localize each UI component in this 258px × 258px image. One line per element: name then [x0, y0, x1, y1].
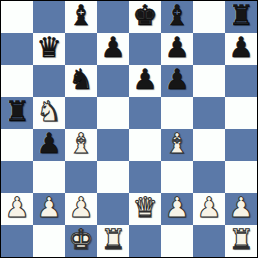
square-g8[interactable]: [193, 1, 225, 33]
piece-white-knight: ♞: [36, 97, 61, 128]
chess-board: ♝♚♝♜♛♟♟♟♞♟♟♜♞♟♝♝♟♟♟♛♟♟♟♚♜♜: [1, 1, 257, 257]
square-e7[interactable]: [129, 33, 161, 65]
square-g1[interactable]: [193, 225, 225, 257]
piece-black-bishop: ♝: [68, 1, 93, 32]
square-f7[interactable]: ♟: [161, 33, 193, 65]
square-f2[interactable]: ♟: [161, 193, 193, 225]
piece-black-pawn: ♟: [164, 65, 189, 96]
piece-black-queen: ♛: [36, 33, 61, 64]
piece-white-pawn: ♟: [4, 193, 29, 224]
square-e5[interactable]: [129, 97, 161, 129]
piece-black-rook: ♜: [228, 1, 253, 32]
square-b5[interactable]: ♞: [33, 97, 65, 129]
square-g3[interactable]: [193, 161, 225, 193]
square-f3[interactable]: [161, 161, 193, 193]
square-h3[interactable]: [225, 161, 257, 193]
square-h8[interactable]: ♜: [225, 1, 257, 33]
square-b6[interactable]: [33, 65, 65, 97]
piece-white-pawn: ♟: [164, 193, 189, 224]
square-b4[interactable]: ♟: [33, 129, 65, 161]
piece-white-bishop: ♝: [68, 129, 93, 160]
square-g7[interactable]: [193, 33, 225, 65]
square-f5[interactable]: [161, 97, 193, 129]
square-e2[interactable]: ♛: [129, 193, 161, 225]
square-h4[interactable]: [225, 129, 257, 161]
square-h2[interactable]: ♟: [225, 193, 257, 225]
piece-black-pawn: ♟: [100, 33, 125, 64]
piece-white-king: ♚: [68, 225, 93, 256]
square-c6[interactable]: ♞: [65, 65, 97, 97]
square-c1[interactable]: ♚: [65, 225, 97, 257]
square-e6[interactable]: ♟: [129, 65, 161, 97]
square-b3[interactable]: [33, 161, 65, 193]
square-d7[interactable]: ♟: [97, 33, 129, 65]
piece-white-rook: ♜: [100, 225, 125, 256]
square-g6[interactable]: [193, 65, 225, 97]
square-a1[interactable]: [1, 225, 33, 257]
square-g2[interactable]: ♟: [193, 193, 225, 225]
square-a4[interactable]: [1, 129, 33, 161]
square-d3[interactable]: [97, 161, 129, 193]
square-f4[interactable]: ♝: [161, 129, 193, 161]
square-a2[interactable]: ♟: [1, 193, 33, 225]
piece-black-pawn: ♟: [36, 129, 61, 160]
square-a6[interactable]: [1, 65, 33, 97]
square-f8[interactable]: ♝: [161, 1, 193, 33]
square-d2[interactable]: [97, 193, 129, 225]
square-e1[interactable]: [129, 225, 161, 257]
piece-black-bishop: ♝: [164, 1, 189, 32]
square-a3[interactable]: [1, 161, 33, 193]
square-f6[interactable]: ♟: [161, 65, 193, 97]
square-a5[interactable]: ♜: [1, 97, 33, 129]
square-b8[interactable]: [33, 1, 65, 33]
square-h5[interactable]: [225, 97, 257, 129]
piece-black-pawn: ♟: [164, 33, 189, 64]
piece-black-rook: ♜: [4, 97, 29, 128]
piece-black-knight: ♞: [68, 65, 93, 96]
piece-white-queen: ♛: [132, 193, 157, 224]
square-a8[interactable]: [1, 1, 33, 33]
square-g4[interactable]: [193, 129, 225, 161]
piece-white-pawn: ♟: [196, 193, 221, 224]
piece-white-pawn: ♟: [68, 193, 93, 224]
square-c5[interactable]: [65, 97, 97, 129]
square-d5[interactable]: [97, 97, 129, 129]
square-c3[interactable]: [65, 161, 97, 193]
square-h1[interactable]: ♜: [225, 225, 257, 257]
square-f1[interactable]: [161, 225, 193, 257]
square-d4[interactable]: [97, 129, 129, 161]
piece-white-pawn: ♟: [36, 193, 61, 224]
square-e3[interactable]: [129, 161, 161, 193]
square-h6[interactable]: [225, 65, 257, 97]
square-g5[interactable]: [193, 97, 225, 129]
square-c7[interactable]: [65, 33, 97, 65]
square-e4[interactable]: [129, 129, 161, 161]
piece-white-pawn: ♟: [228, 193, 253, 224]
square-e8[interactable]: ♚: [129, 1, 161, 33]
square-d8[interactable]: [97, 1, 129, 33]
square-b7[interactable]: ♛: [33, 33, 65, 65]
square-d1[interactable]: ♜: [97, 225, 129, 257]
square-c2[interactable]: ♟: [65, 193, 97, 225]
square-b1[interactable]: [33, 225, 65, 257]
piece-black-pawn: ♟: [228, 33, 253, 64]
square-c8[interactable]: ♝: [65, 1, 97, 33]
square-b2[interactable]: ♟: [33, 193, 65, 225]
square-a7[interactable]: [1, 33, 33, 65]
piece-black-king: ♚: [132, 1, 157, 32]
square-h7[interactable]: ♟: [225, 33, 257, 65]
piece-black-pawn: ♟: [132, 65, 157, 96]
chess-board-frame: ♝♚♝♜♛♟♟♟♞♟♟♜♞♟♝♝♟♟♟♛♟♟♟♚♜♜: [0, 0, 258, 258]
piece-white-rook: ♜: [228, 225, 253, 256]
square-c4[interactable]: ♝: [65, 129, 97, 161]
piece-white-bishop: ♝: [164, 129, 189, 160]
square-d6[interactable]: [97, 65, 129, 97]
